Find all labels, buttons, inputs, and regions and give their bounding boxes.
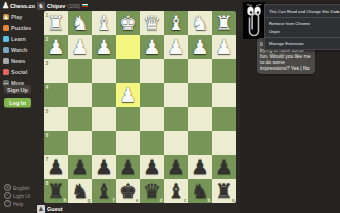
sidebar-item-label: Play [11, 14, 22, 20]
square-g6[interactable] [68, 131, 92, 155]
help-icon: ? [4, 200, 11, 207]
square-g3[interactable] [68, 59, 92, 83]
piece-black-pawn[interactable]: ♟ [92, 155, 116, 179]
log-in-button[interactable]: Log In [4, 98, 31, 107]
piece-black-pawn[interactable]: ♟ [140, 155, 164, 179]
piece-white-knight[interactable]: ♞ [188, 11, 212, 35]
rank-label: 3 [46, 60, 49, 66]
rank-label: 5 [46, 108, 49, 114]
piece-white-queen[interactable]: ♛ [140, 11, 164, 35]
menu-item-label: This Can Read and Change Site Data [269, 9, 339, 14]
bulgaria-flag-icon [82, 4, 88, 8]
menu-item-site-data[interactable]: This Can Read and Change Site Data ▸ [265, 7, 340, 15]
square-h4[interactable]: 4 [44, 83, 68, 107]
globe-icon: ◍ [4, 184, 11, 191]
sign-up-button[interactable]: Sign Up [4, 85, 31, 94]
piece-black-pawn[interactable]: ♟ [68, 155, 92, 179]
sidebar-item-news[interactable]: News [3, 56, 34, 65]
piece-white-bishop[interactable]: ♝ [92, 11, 116, 35]
piece-black-pawn[interactable]: ♟ [212, 155, 236, 179]
menu-item-unpin[interactable]: Unpin [265, 27, 340, 35]
sidebar-item-learn[interactable]: Learn [3, 34, 34, 43]
piece-white-pawn[interactable]: ♟ [116, 83, 140, 107]
opponent-player-bar: ♞ Chipev (100) [37, 1, 88, 10]
square-d4[interactable] [140, 83, 164, 107]
sidebar-item-label: Watch [11, 47, 27, 53]
square-c7[interactable]: ♟ [164, 155, 188, 179]
help-label: Help [13, 201, 23, 207]
sidebar-item-label: News [11, 58, 25, 64]
clippy-yes-link[interactable]: Yes [291, 65, 299, 71]
square-d8[interactable]: d♛ [140, 179, 164, 203]
sidebar-item-play[interactable]: ♟ Play [3, 12, 34, 21]
sidebar-item-label: Learn [11, 36, 26, 42]
piece-white-pawn[interactable]: ♟ [164, 35, 188, 59]
sidebar-item-social[interactable]: Social [3, 67, 34, 76]
square-b4[interactable] [188, 83, 212, 107]
piece-black-rook[interactable]: ♜ [44, 179, 68, 203]
sidebar-item-label: Social [11, 69, 27, 75]
light-ui-toggle[interactable]: ◐ Light UI [4, 192, 30, 199]
bottom-player-bar: ♟ Guest [37, 204, 63, 213]
square-f3[interactable] [92, 59, 116, 83]
piece-white-bishop[interactable]: ♝ [164, 11, 188, 35]
opponent-name[interactable]: Chipev [47, 3, 65, 9]
square-f8[interactable]: f♝ [92, 179, 116, 203]
square-f2[interactable]: ♟ [92, 35, 116, 59]
square-h1[interactable]: 1♜ [44, 11, 68, 35]
piece-white-pawn[interactable]: ♟ [188, 35, 212, 59]
piece-black-bishop[interactable]: ♝ [92, 179, 116, 203]
square-h6[interactable]: 6 [44, 131, 68, 155]
square-b6[interactable] [188, 131, 212, 155]
square-b7[interactable]: ♟ [188, 155, 212, 179]
rank-label: 4 [46, 84, 49, 90]
square-c8[interactable]: c♝ [164, 179, 188, 203]
learn-icon [3, 36, 9, 42]
square-f4[interactable] [92, 83, 116, 107]
piece-white-knight[interactable]: ♞ [68, 11, 92, 35]
square-a2[interactable]: ♟ [212, 35, 236, 59]
piece-black-knight[interactable]: ♞ [188, 179, 212, 203]
menu-separator [265, 37, 340, 38]
square-h7[interactable]: 7♟ [44, 155, 68, 179]
piece-black-rook[interactable]: ♜ [212, 179, 236, 203]
square-d3[interactable] [140, 59, 164, 83]
sidebar-item-puzzles[interactable]: Puzzles [3, 23, 34, 32]
square-a6[interactable] [212, 131, 236, 155]
help-link[interactable]: ? Help [4, 200, 23, 207]
square-g7[interactable]: ♟ [68, 155, 92, 179]
square-a8[interactable]: a♜ [212, 179, 236, 203]
square-a7[interactable]: ♟ [212, 155, 236, 179]
rank-label: 6 [46, 132, 49, 138]
square-b1[interactable]: ♞ [188, 11, 212, 35]
square-b2[interactable]: ♟ [188, 35, 212, 59]
square-c4[interactable] [164, 83, 188, 107]
piece-black-queen[interactable]: ♛ [140, 179, 164, 203]
piece-white-pawn[interactable]: ♟ [212, 35, 236, 59]
square-c1[interactable]: ♝ [164, 11, 188, 35]
square-h2[interactable]: 2♟ [44, 35, 68, 59]
watch-icon [3, 47, 9, 53]
square-h5[interactable]: 5 [44, 107, 68, 131]
square-e6[interactable] [116, 131, 140, 155]
piece-white-pawn[interactable]: ♟ [44, 35, 68, 59]
square-b5[interactable] [188, 107, 212, 131]
square-e5[interactable] [116, 107, 140, 131]
square-h8[interactable]: 8h♜ [44, 179, 68, 203]
piece-black-pawn[interactable]: ♟ [164, 155, 188, 179]
theme-icon: ◐ [4, 192, 11, 199]
piece-black-knight[interactable]: ♞ [68, 179, 92, 203]
chess-board[interactable]: 1♜♞♝♚♛♝♞♜2♟♟♟♟♟♟♟34♟567♟♟♟♟♟♟♟♟8h♜g♞f♝e♚… [44, 11, 236, 203]
logo-pawn-icon: ♟ [2, 2, 9, 10]
square-g5[interactable] [68, 107, 92, 131]
menu-item-manage-extension[interactable]: Manage Extension [265, 39, 340, 47]
piece-black-pawn[interactable]: ♟ [188, 155, 212, 179]
square-c3[interactable] [164, 59, 188, 83]
square-g1[interactable]: ♞ [68, 11, 92, 35]
square-d7[interactable]: ♟ [140, 155, 164, 179]
square-c5[interactable] [164, 107, 188, 131]
piece-white-rook[interactable]: ♜ [44, 11, 68, 35]
square-d2[interactable]: ♟ [140, 35, 164, 59]
opponent-avatar[interactable]: ♞ [37, 2, 45, 10]
square-e7[interactable]: ♟ [116, 155, 140, 179]
piece-black-pawn[interactable]: ♟ [116, 155, 140, 179]
social-icon [3, 69, 9, 75]
chesscom-app: ♟ Chess.com ♟ Play Puzzles Learn Watch N… [0, 0, 340, 213]
piece-black-king[interactable]: ♚ [116, 179, 140, 203]
clippy-image[interactable] [243, 2, 265, 39]
extension-context-menu: This Can Read and Change Site Data ▸ Rem… [264, 4, 340, 50]
piece-black-pawn[interactable]: ♟ [44, 155, 68, 179]
square-g2[interactable]: ♟ [68, 35, 92, 59]
language-label: English [13, 185, 29, 191]
language-selector[interactable]: ◍ English [4, 184, 29, 191]
menu-item-remove-from-chrome[interactable]: Remove from Chrome [265, 19, 340, 27]
light-ui-label: Light UI [13, 193, 30, 199]
square-h3[interactable]: 3 [44, 59, 68, 83]
square-a5[interactable] [212, 107, 236, 131]
square-b8[interactable]: b♞ [188, 179, 212, 203]
square-b3[interactable] [188, 59, 212, 83]
square-d5[interactable] [140, 107, 164, 131]
piece-white-king[interactable]: ♚ [116, 11, 140, 35]
piece-white-rook[interactable]: ♜ [212, 11, 236, 35]
play-pawn-icon: ♟ [3, 14, 9, 20]
submenu-arrow-icon: ▸ [337, 9, 339, 14]
opponent-rating: (100) [67, 3, 80, 9]
square-e4[interactable]: ♟ [116, 83, 140, 107]
square-e8[interactable]: e♚ [116, 179, 140, 203]
square-e1[interactable]: ♚ [116, 11, 140, 35]
guest-name[interactable]: Guest [47, 206, 63, 212]
square-e2[interactable] [116, 35, 140, 59]
guest-avatar[interactable]: ♟ [37, 205, 45, 213]
square-f7[interactable]: ♟ [92, 155, 116, 179]
square-c6[interactable] [164, 131, 188, 155]
piece-white-pawn[interactable]: ♟ [92, 35, 116, 59]
sidebar: ♟ Chess.com ♟ Play Puzzles Learn Watch N… [0, 0, 35, 213]
menu-separator [265, 17, 340, 18]
square-c2[interactable]: ♟ [164, 35, 188, 59]
bubble-separator: | [300, 65, 301, 71]
puzzles-icon [3, 25, 9, 31]
piece-white-pawn[interactable]: ♟ [68, 35, 92, 59]
square-d6[interactable] [140, 131, 164, 155]
sidebar-item-label: Puzzles [11, 25, 31, 31]
square-g8[interactable]: g♞ [68, 179, 92, 203]
clippy-no-link[interactable]: No [303, 65, 309, 71]
square-e3[interactable] [116, 59, 140, 83]
piece-black-bishop[interactable]: ♝ [164, 179, 188, 203]
sidebar-item-watch[interactable]: Watch [3, 45, 34, 54]
square-g4[interactable] [68, 83, 92, 107]
square-f6[interactable] [92, 131, 116, 155]
news-icon [3, 58, 9, 64]
square-a4[interactable] [212, 83, 236, 107]
piece-white-pawn[interactable]: ♟ [140, 35, 164, 59]
square-f5[interactable] [92, 107, 116, 131]
square-f1[interactable]: ♝ [92, 11, 116, 35]
square-d1[interactable]: ♛ [140, 11, 164, 35]
square-a3[interactable] [212, 59, 236, 83]
square-a1[interactable]: ♜ [212, 11, 236, 35]
board-area: ♞ Chipev (100) 1♜♞♝♚♛♝♞♜2♟♟♟♟♟♟♟34♟567♟♟… [35, 0, 240, 213]
